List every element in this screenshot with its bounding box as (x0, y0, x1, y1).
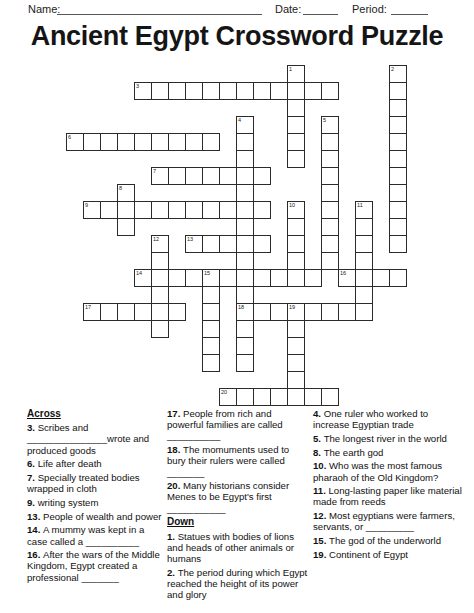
grid-cell[interactable] (389, 235, 407, 253)
grid-cell[interactable] (236, 150, 254, 168)
grid-cell[interactable] (287, 116, 305, 134)
clue-number: 1 (289, 66, 292, 72)
grid-cell[interactable] (202, 201, 220, 219)
grid-cell[interactable] (253, 201, 271, 219)
clue-down-1: 1. Statues with bodies of lions and head… (167, 531, 310, 565)
grid-cell[interactable] (389, 99, 407, 117)
grid-cell[interactable] (355, 218, 373, 236)
grid-cell[interactable] (168, 133, 186, 151)
grid-cell[interactable] (372, 269, 390, 287)
grid-cell[interactable] (270, 303, 288, 321)
grid-cell[interactable] (389, 133, 407, 151)
grid-cell[interactable] (287, 354, 305, 372)
grid-cell[interactable] (321, 167, 339, 185)
grid-cell[interactable]: 19 (287, 303, 305, 321)
grid-cell[interactable] (321, 388, 339, 406)
clue-number: 13 (187, 236, 193, 242)
grid-cell[interactable] (321, 82, 339, 100)
clue-number: 11 (357, 202, 363, 208)
clue-across-7: 7. Specially treated bodies wrapped in c… (27, 472, 164, 494)
grid-cell[interactable] (338, 303, 356, 321)
worksheet-page: Name: Date: Period: Ancient Egypt Crossw… (0, 0, 474, 613)
grid-cell[interactable] (134, 303, 152, 321)
grid-cell[interactable] (151, 133, 169, 151)
clue-column-middle: 17. People from rich and powerful famili… (167, 408, 310, 603)
clue-down-8: 8. The earth god (313, 447, 467, 458)
grid-cell[interactable] (151, 320, 169, 338)
grid-cell[interactable] (83, 133, 101, 151)
grid-cell[interactable] (236, 354, 254, 372)
grid-cell[interactable] (287, 235, 305, 253)
clue-down-12: 12. Most egyptians were farmers, servant… (313, 510, 467, 532)
clue-number: 4 (238, 117, 241, 123)
grid-cell[interactable] (219, 269, 237, 287)
grid-cell[interactable] (355, 235, 373, 253)
grid-cell[interactable] (236, 201, 254, 219)
grid-cell[interactable] (185, 201, 203, 219)
clue-across-17: 17. People from rich and powerful famili… (167, 408, 310, 442)
grid-cell[interactable] (304, 269, 322, 287)
grid-cell[interactable] (355, 303, 373, 321)
grid-cell[interactable]: 16 (338, 269, 356, 287)
clue-down-11: 11. Long-lasting paper like material mad… (313, 485, 467, 507)
grid-cell[interactable] (253, 235, 271, 253)
grid-cell[interactable] (100, 133, 118, 151)
grid-cell[interactable]: 14 (134, 269, 152, 287)
grid-cell[interactable] (389, 116, 407, 134)
grid-cell[interactable] (202, 235, 220, 253)
clue-across-13: 13. People of wealth and power (27, 511, 164, 522)
grid-cell[interactable] (236, 337, 254, 355)
grid-cell[interactable] (389, 167, 407, 185)
grid-cell[interactable] (253, 269, 271, 287)
grid-cell[interactable] (287, 388, 305, 406)
grid-cell[interactable] (168, 303, 186, 321)
grid-cell[interactable] (219, 82, 237, 100)
grid-cell[interactable] (321, 150, 339, 168)
grid-cell[interactable] (287, 269, 305, 287)
clue-down-19: 19. Continent of Egypt (313, 549, 467, 560)
grid-cell[interactable] (151, 303, 169, 321)
grid-cell[interactable] (287, 252, 305, 270)
date-input-line[interactable] (303, 3, 338, 15)
grid-cell[interactable] (355, 286, 373, 304)
grid-cell[interactable] (151, 286, 169, 304)
grid-cell[interactable] (202, 133, 220, 151)
grid-cell[interactable] (100, 201, 118, 219)
grid-cell[interactable] (236, 286, 254, 304)
grid-cell[interactable] (253, 388, 271, 406)
grid-cell[interactable] (219, 167, 237, 185)
grid-cell[interactable] (321, 252, 339, 270)
clue-across-3: 3. Scribes and _______________wrote and … (27, 422, 164, 456)
grid-cell[interactable] (287, 337, 305, 355)
grid-cell[interactable] (151, 82, 169, 100)
grid-cell[interactable]: 12 (151, 235, 169, 253)
clue-down-15: 15. The god of the underworld (313, 535, 467, 546)
grid-cell[interactable]: 10 (287, 201, 305, 219)
grid-cell[interactable] (168, 82, 186, 100)
grid-cell[interactable]: 5 (321, 116, 339, 134)
grid-cell[interactable] (287, 320, 305, 338)
clue-down-10: 10. Who was the most famous pharaoh of t… (313, 460, 467, 482)
grid-cell[interactable] (389, 201, 407, 219)
grid-cell[interactable] (117, 201, 135, 219)
grid-cell[interactable] (236, 184, 254, 202)
clue-down-5: 5. The longest river in the world (313, 433, 467, 444)
grid-cell[interactable] (185, 269, 203, 287)
grid-cell[interactable] (287, 150, 305, 168)
grid-cell[interactable] (236, 235, 254, 253)
period-label: Period: (352, 3, 387, 15)
grid-cell[interactable]: 18 (236, 303, 254, 321)
clue-number: 12 (153, 236, 159, 242)
grid-cell[interactable] (151, 269, 169, 287)
grid-cell[interactable] (304, 303, 322, 321)
clue-number: 16 (340, 270, 346, 276)
clue-number: 6 (68, 134, 71, 140)
name-label: Name: (28, 3, 60, 15)
grid-cell[interactable] (185, 82, 203, 100)
crossword-grid: 1234567891011121314151617181920 (66, 65, 407, 406)
grid-cell[interactable] (321, 303, 339, 321)
grid-cell[interactable] (304, 82, 322, 100)
grid-cell[interactable] (236, 133, 254, 151)
name-input-line[interactable] (57, 3, 262, 15)
clue-number: 8 (119, 185, 122, 191)
grid-cell[interactable] (117, 133, 135, 151)
grid-cell[interactable] (219, 235, 237, 253)
grid-cell[interactable]: 17 (83, 303, 101, 321)
grid-cell[interactable] (236, 167, 254, 185)
grid-cell[interactable] (117, 218, 135, 236)
clue-number: 19 (289, 304, 295, 310)
grid-cell[interactable] (389, 150, 407, 168)
grid-cell[interactable] (185, 167, 203, 185)
clue-number: 5 (323, 117, 326, 123)
grid-cell[interactable] (185, 133, 203, 151)
grid-cell[interactable] (168, 201, 186, 219)
grid-cell[interactable] (287, 371, 305, 389)
grid-cell[interactable] (236, 320, 254, 338)
grid-cell[interactable]: 8 (117, 184, 135, 202)
clue-number: 14 (136, 270, 142, 276)
clue-number: 3 (136, 83, 139, 89)
grid-cell[interactable]: 4 (236, 116, 254, 134)
grid-cell[interactable] (168, 167, 186, 185)
grid-cell[interactable]: 11 (355, 201, 373, 219)
grid-cell[interactable] (253, 167, 271, 185)
grid-cell[interactable] (287, 82, 305, 100)
clue-across-14: 14. A mummy was kept in a case called a … (27, 524, 164, 546)
grid-cell[interactable] (202, 286, 220, 304)
clue-across-18: 18. The momuments used to bury their rul… (167, 444, 310, 478)
grid-cell[interactable] (236, 82, 254, 100)
grid-cell[interactable] (321, 184, 339, 202)
clue-number: 17 (85, 304, 91, 310)
grid-cell[interactable] (287, 99, 305, 117)
grid-cell[interactable] (100, 303, 118, 321)
grid-cell[interactable] (236, 218, 254, 236)
grid-cell[interactable] (287, 133, 305, 151)
clue-number: 18 (238, 304, 244, 310)
clue-number: 10 (289, 202, 295, 208)
grid-cell[interactable] (202, 337, 220, 355)
grid-cell[interactable] (270, 82, 288, 100)
grid-cell[interactable] (134, 201, 152, 219)
date-label: Date: (275, 3, 301, 15)
grid-cell[interactable] (287, 218, 305, 236)
clue-across-16: 16. After the wars of the Middle Kingdom… (27, 549, 164, 583)
clue-across-20: 20. Many historians consider Menes to be… (167, 480, 310, 514)
grid-cell[interactable] (389, 269, 407, 287)
grid-cell[interactable] (236, 252, 254, 270)
clue-number: 9 (85, 202, 88, 208)
grid-cell[interactable] (253, 82, 271, 100)
grid-cell[interactable] (321, 133, 339, 151)
grid-cell[interactable] (202, 320, 220, 338)
grid-cell[interactable] (117, 303, 135, 321)
clue-number: 7 (153, 168, 156, 174)
grid-cell[interactable]: 6 (66, 133, 84, 151)
grid-cell[interactable] (389, 184, 407, 202)
grid-cell[interactable] (253, 303, 271, 321)
clue-column-down: 4. One ruler who worked to increase Egyp… (313, 408, 467, 562)
grid-cell[interactable]: 3 (134, 82, 152, 100)
grid-cell[interactable]: 7 (151, 167, 169, 185)
grid-cell[interactable] (202, 82, 220, 100)
grid-cell[interactable] (355, 269, 373, 287)
clue-number: 2 (391, 66, 394, 72)
grid-cell[interactable] (151, 252, 169, 270)
grid-cell[interactable] (389, 82, 407, 100)
grid-cell[interactable] (270, 388, 288, 406)
clue-section-header: Down (167, 516, 310, 527)
grid-cell[interactable] (202, 354, 220, 372)
clue-down-4: 4. One ruler who worked to increase Egyp… (313, 408, 467, 430)
grid-cell[interactable] (134, 133, 152, 151)
clue-number: 20 (221, 389, 227, 395)
grid-cell[interactable] (236, 388, 254, 406)
page-title: Ancient Egypt Crossword Puzzle (0, 21, 474, 52)
clue-across-9: 9. writing system (27, 497, 164, 508)
period-input-line[interactable] (391, 3, 428, 15)
clue-column-across: Across3. Scribes and _______________wrot… (27, 408, 164, 585)
clue-number: 15 (204, 270, 210, 276)
clue-down-2: 2. The period during which Egypt reached… (167, 567, 310, 601)
grid-cell[interactable]: 2 (389, 65, 407, 83)
grid-cell[interactable] (321, 218, 339, 236)
grid-cell[interactable] (304, 388, 322, 406)
grid-cell[interactable]: 13 (185, 235, 203, 253)
grid-cell[interactable] (270, 269, 288, 287)
grid-cell[interactable]: 9 (83, 201, 101, 219)
grid-cell[interactable] (321, 235, 339, 253)
grid-cell[interactable] (355, 252, 373, 270)
grid-cell[interactable] (219, 201, 237, 219)
grid-cell[interactable] (168, 269, 186, 287)
grid-cell[interactable] (236, 269, 254, 287)
grid-cell[interactable] (389, 218, 407, 236)
clue-section-header: Across (27, 408, 164, 419)
grid-cell[interactable] (151, 201, 169, 219)
clue-across-6: 6. Life after death (27, 458, 164, 469)
grid-cell[interactable] (202, 303, 220, 321)
grid-cell[interactable]: 20 (219, 388, 237, 406)
grid-cell[interactable] (321, 201, 339, 219)
grid-cell[interactable]: 15 (202, 269, 220, 287)
grid-cell[interactable]: 1 (287, 65, 305, 83)
grid-cell[interactable] (202, 167, 220, 185)
